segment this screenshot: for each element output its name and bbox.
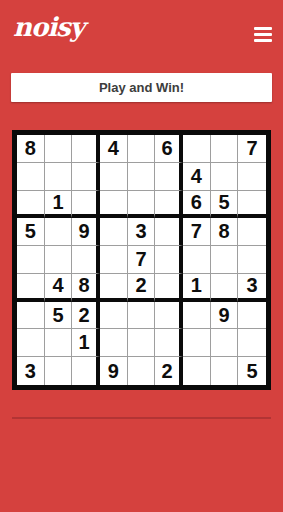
sudoku-board: 846741655937874821352913925 [12, 130, 271, 390]
hamburger-menu-icon[interactable] [254, 27, 272, 42]
sudoku-cell[interactable]: 6 [155, 135, 183, 163]
sudoku-cell[interactable] [155, 246, 183, 274]
sudoku-cell[interactable] [17, 163, 45, 191]
sudoku-cell[interactable] [183, 329, 211, 357]
sudoku-cell[interactable] [100, 329, 128, 357]
sudoku-cell[interactable]: 1 [45, 191, 73, 219]
sudoku-cell[interactable] [72, 163, 100, 191]
app-logo: noisy [13, 12, 84, 42]
app-header: noisy [0, 0, 283, 60]
sudoku-cell[interactable] [155, 302, 183, 330]
sudoku-cell[interactable]: 8 [17, 135, 45, 163]
sudoku-cell[interactable] [100, 191, 128, 219]
sudoku-cell[interactable] [72, 191, 100, 219]
sudoku-cell[interactable] [155, 218, 183, 246]
sudoku-cell[interactable] [155, 163, 183, 191]
sudoku-cell[interactable]: 9 [100, 357, 128, 385]
menu-bar [254, 39, 272, 42]
sudoku-cell[interactable]: 3 [128, 218, 156, 246]
sudoku-cell[interactable] [128, 357, 156, 385]
sudoku-cell[interactable]: 5 [17, 218, 45, 246]
sudoku-cell[interactable] [155, 329, 183, 357]
sudoku-cell[interactable] [45, 163, 73, 191]
sudoku-cell[interactable] [72, 357, 100, 385]
sudoku-cell[interactable] [183, 246, 211, 274]
sudoku-cell[interactable] [17, 246, 45, 274]
sudoku-cell[interactable]: 9 [211, 302, 239, 330]
sudoku-cell[interactable] [45, 246, 73, 274]
sudoku-cell[interactable] [211, 357, 239, 385]
sudoku-cell[interactable]: 7 [183, 218, 211, 246]
sudoku-cell[interactable]: 2 [155, 357, 183, 385]
sudoku-cell[interactable]: 7 [128, 246, 156, 274]
sudoku-cell[interactable] [45, 135, 73, 163]
sudoku-cell[interactable]: 3 [17, 357, 45, 385]
sudoku-cell[interactable] [238, 246, 266, 274]
sudoku-cell[interactable] [100, 163, 128, 191]
sudoku-cell[interactable]: 1 [183, 274, 211, 302]
sudoku-cell[interactable] [128, 329, 156, 357]
sudoku-cell[interactable]: 1 [72, 329, 100, 357]
sudoku-cell[interactable] [100, 218, 128, 246]
sudoku-cell[interactable] [211, 246, 239, 274]
sudoku-cell[interactable] [72, 135, 100, 163]
sudoku-cell[interactable]: 5 [238, 357, 266, 385]
sudoku-cell[interactable]: 6 [183, 191, 211, 219]
sudoku-cell[interactable] [100, 274, 128, 302]
sudoku-cell[interactable] [238, 191, 266, 219]
sudoku-cell[interactable] [45, 329, 73, 357]
sudoku-cell[interactable] [155, 191, 183, 219]
sudoku-cell[interactable]: 2 [128, 274, 156, 302]
sudoku-cell[interactable] [211, 135, 239, 163]
sudoku-cell[interactable] [238, 163, 266, 191]
sudoku-cell[interactable] [211, 163, 239, 191]
sudoku-cell[interactable]: 4 [183, 163, 211, 191]
sudoku-cell[interactable] [17, 302, 45, 330]
menu-bar [254, 33, 272, 36]
sudoku-cell[interactable]: 5 [45, 302, 73, 330]
sudoku-cell[interactable] [183, 135, 211, 163]
sudoku-cell[interactable]: 2 [72, 302, 100, 330]
sudoku-cell[interactable] [100, 302, 128, 330]
sudoku-cell[interactable] [183, 357, 211, 385]
sudoku-cell[interactable] [128, 302, 156, 330]
sudoku-cell[interactable] [72, 246, 100, 274]
sudoku-cell[interactable] [238, 302, 266, 330]
sudoku-cell[interactable] [45, 357, 73, 385]
sudoku-cell[interactable]: 9 [72, 218, 100, 246]
sudoku-cell[interactable]: 7 [238, 135, 266, 163]
sudoku-cell[interactable] [100, 246, 128, 274]
sudoku-cell[interactable] [238, 218, 266, 246]
sudoku-cell[interactable] [155, 274, 183, 302]
sudoku-cell[interactable]: 5 [211, 191, 239, 219]
sudoku-cell[interactable] [183, 302, 211, 330]
sudoku-cell[interactable] [128, 191, 156, 219]
sudoku-cell[interactable]: 3 [238, 274, 266, 302]
sudoku-cell[interactable] [45, 218, 73, 246]
sudoku-cell[interactable] [238, 329, 266, 357]
menu-bar [254, 27, 272, 30]
sudoku-cell[interactable] [17, 191, 45, 219]
sudoku-cell[interactable]: 8 [211, 218, 239, 246]
sudoku-cell[interactable] [128, 163, 156, 191]
sudoku-cell[interactable]: 4 [45, 274, 73, 302]
sudoku-cell[interactable] [17, 329, 45, 357]
sudoku-cell[interactable] [211, 329, 239, 357]
sudoku-cell[interactable] [128, 135, 156, 163]
sudoku-cell[interactable] [17, 274, 45, 302]
sudoku-cell[interactable]: 4 [100, 135, 128, 163]
sudoku-cell[interactable]: 8 [72, 274, 100, 302]
play-and-win-button[interactable]: Play and Win! [11, 73, 272, 102]
divider-line [12, 417, 271, 419]
sudoku-cell[interactable] [211, 274, 239, 302]
